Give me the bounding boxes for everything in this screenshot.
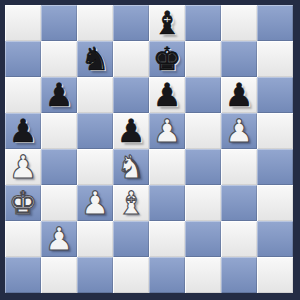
white-knight[interactable]: ♞ bbox=[117, 149, 146, 185]
board-frame: ♝♞♚♟♟♟♟♟♟♟♟♞♚♟♝♟ bbox=[0, 0, 300, 300]
square-d1[interactable] bbox=[113, 257, 149, 293]
square-f5[interactable] bbox=[185, 113, 221, 149]
square-g5[interactable]: ♟ bbox=[221, 113, 257, 149]
square-f1[interactable] bbox=[185, 257, 221, 293]
square-g7[interactable] bbox=[221, 41, 257, 77]
square-h1[interactable] bbox=[257, 257, 293, 293]
square-e8[interactable]: ♝ bbox=[149, 5, 185, 41]
black-king[interactable]: ♚ bbox=[153, 41, 182, 77]
square-h8[interactable] bbox=[257, 5, 293, 41]
black-pawn[interactable]: ♟ bbox=[153, 77, 182, 113]
square-b7[interactable] bbox=[41, 41, 77, 77]
square-d8[interactable] bbox=[113, 5, 149, 41]
white-pawn[interactable]: ♟ bbox=[9, 149, 38, 185]
square-f3[interactable] bbox=[185, 185, 221, 221]
square-f4[interactable] bbox=[185, 149, 221, 185]
white-pawn[interactable]: ♟ bbox=[45, 221, 74, 257]
square-c5[interactable] bbox=[77, 113, 113, 149]
square-f7[interactable] bbox=[185, 41, 221, 77]
white-king[interactable]: ♚ bbox=[9, 185, 38, 221]
square-d3[interactable]: ♝ bbox=[113, 185, 149, 221]
square-h5[interactable] bbox=[257, 113, 293, 149]
chess-board: ♝♞♚♟♟♟♟♟♟♟♟♞♚♟♝♟ bbox=[5, 5, 293, 293]
square-g1[interactable] bbox=[221, 257, 257, 293]
square-e1[interactable] bbox=[149, 257, 185, 293]
square-c3[interactable]: ♟ bbox=[77, 185, 113, 221]
black-knight[interactable]: ♞ bbox=[81, 41, 110, 77]
square-f8[interactable] bbox=[185, 5, 221, 41]
square-g6[interactable]: ♟ bbox=[221, 77, 257, 113]
square-h6[interactable] bbox=[257, 77, 293, 113]
square-h3[interactable] bbox=[257, 185, 293, 221]
square-c7[interactable]: ♞ bbox=[77, 41, 113, 77]
square-h2[interactable] bbox=[257, 221, 293, 257]
square-c2[interactable] bbox=[77, 221, 113, 257]
square-h4[interactable] bbox=[257, 149, 293, 185]
square-d6[interactable] bbox=[113, 77, 149, 113]
square-a2[interactable] bbox=[5, 221, 41, 257]
square-d2[interactable] bbox=[113, 221, 149, 257]
square-c6[interactable] bbox=[77, 77, 113, 113]
square-b1[interactable] bbox=[41, 257, 77, 293]
white-pawn[interactable]: ♟ bbox=[81, 185, 110, 221]
square-g4[interactable] bbox=[221, 149, 257, 185]
square-b3[interactable] bbox=[41, 185, 77, 221]
square-a3[interactable]: ♚ bbox=[5, 185, 41, 221]
square-a7[interactable] bbox=[5, 41, 41, 77]
square-a1[interactable] bbox=[5, 257, 41, 293]
square-b6[interactable]: ♟ bbox=[41, 77, 77, 113]
square-g3[interactable] bbox=[221, 185, 257, 221]
square-b8[interactable] bbox=[41, 5, 77, 41]
square-b2[interactable]: ♟ bbox=[41, 221, 77, 257]
square-e4[interactable] bbox=[149, 149, 185, 185]
white-pawn[interactable]: ♟ bbox=[225, 113, 254, 149]
square-h7[interactable] bbox=[257, 41, 293, 77]
square-a4[interactable]: ♟ bbox=[5, 149, 41, 185]
square-g8[interactable] bbox=[221, 5, 257, 41]
square-d4[interactable]: ♞ bbox=[113, 149, 149, 185]
black-pawn[interactable]: ♟ bbox=[45, 77, 74, 113]
square-g2[interactable] bbox=[221, 221, 257, 257]
white-pawn[interactable]: ♟ bbox=[153, 113, 182, 149]
square-f6[interactable] bbox=[185, 77, 221, 113]
square-e2[interactable] bbox=[149, 221, 185, 257]
black-pawn[interactable]: ♟ bbox=[9, 113, 38, 149]
square-e5[interactable]: ♟ bbox=[149, 113, 185, 149]
square-c1[interactable] bbox=[77, 257, 113, 293]
square-b5[interactable] bbox=[41, 113, 77, 149]
square-e7[interactable]: ♚ bbox=[149, 41, 185, 77]
square-b4[interactable] bbox=[41, 149, 77, 185]
square-a8[interactable] bbox=[5, 5, 41, 41]
black-pawn[interactable]: ♟ bbox=[225, 77, 254, 113]
white-bishop[interactable]: ♝ bbox=[117, 185, 146, 221]
square-e6[interactable]: ♟ bbox=[149, 77, 185, 113]
square-a5[interactable]: ♟ bbox=[5, 113, 41, 149]
square-e3[interactable] bbox=[149, 185, 185, 221]
square-a6[interactable] bbox=[5, 77, 41, 113]
square-c8[interactable] bbox=[77, 5, 113, 41]
square-d7[interactable] bbox=[113, 41, 149, 77]
black-pawn[interactable]: ♟ bbox=[117, 113, 146, 149]
black-bishop[interactable]: ♝ bbox=[153, 5, 182, 41]
square-c4[interactable] bbox=[77, 149, 113, 185]
square-d5[interactable]: ♟ bbox=[113, 113, 149, 149]
square-f2[interactable] bbox=[185, 221, 221, 257]
